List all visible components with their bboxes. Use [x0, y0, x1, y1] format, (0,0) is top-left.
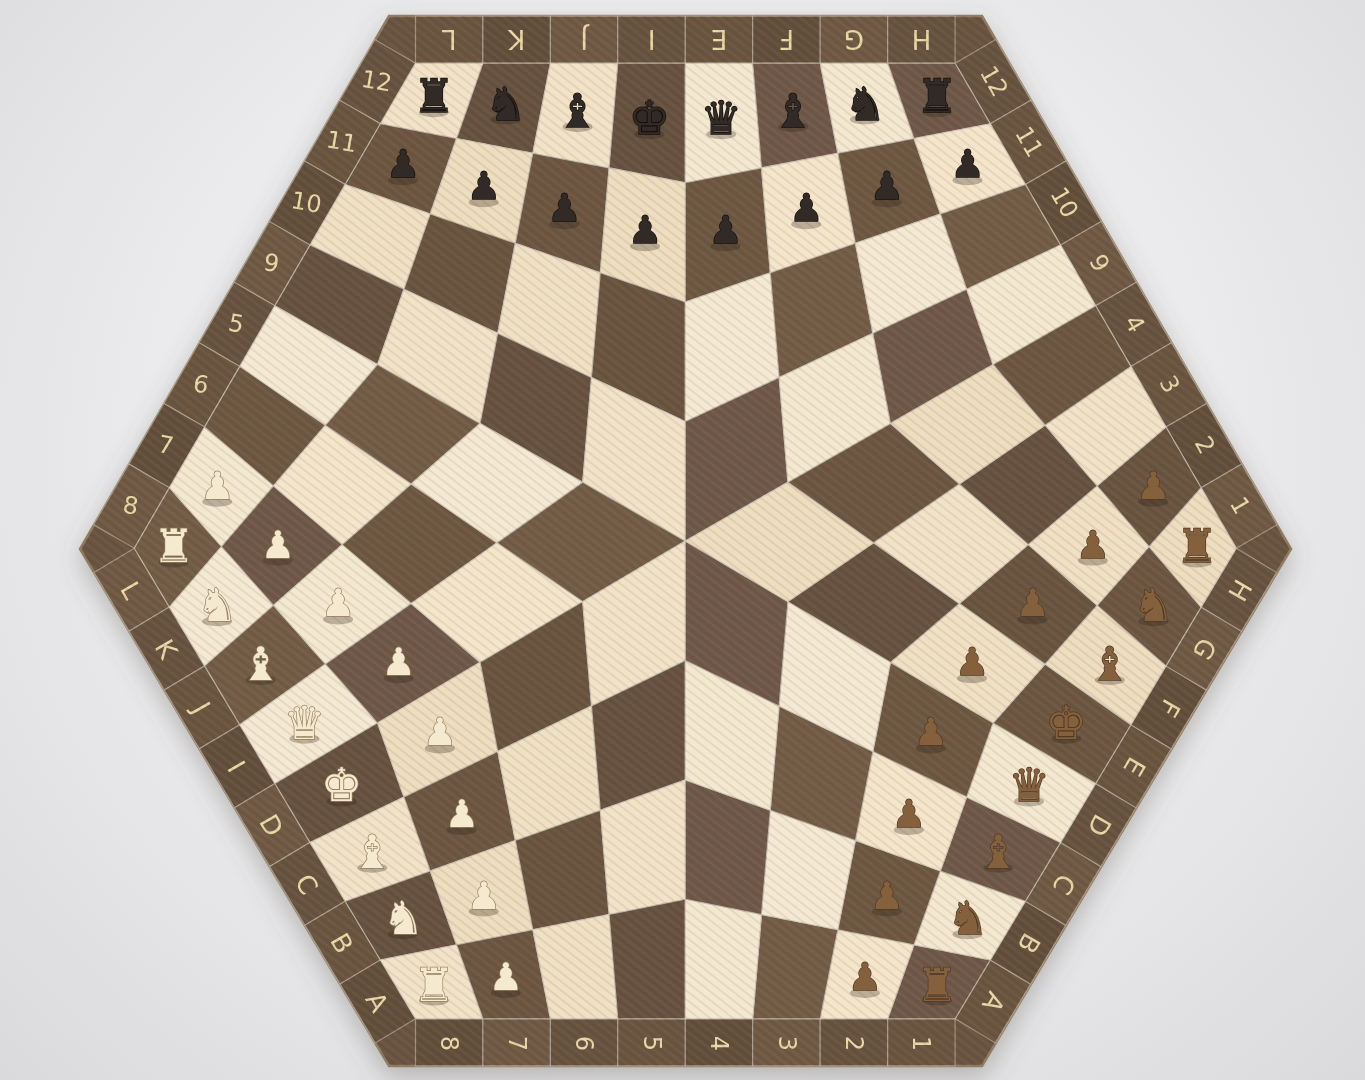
- piece-black-queen-E12[interactable]: ♛: [701, 91, 742, 145]
- piece-black-pawn-J11[interactable]: ♟: [547, 186, 581, 230]
- piece-white-knight-B8[interactable]: ♞: [382, 891, 423, 945]
- label-top-E: E: [711, 24, 727, 54]
- piece-white-knight-K8[interactable]: ♞: [197, 578, 238, 632]
- piece-brown-pawn-D2[interactable]: ♟: [914, 710, 948, 754]
- label-top-G: G: [844, 24, 864, 54]
- piece-brown-pawn-E2[interactable]: ♟: [955, 640, 989, 684]
- piece-brown-pawn-F2[interactable]: ♟: [1015, 581, 1049, 625]
- label-top-L: L: [441, 24, 456, 54]
- piece-black-pawn-I11[interactable]: ♟: [628, 208, 662, 252]
- piece-white-pawn-K7[interactable]: ♟: [261, 523, 295, 567]
- piece-white-pawn-J7[interactable]: ♟: [321, 581, 355, 625]
- piece-white-queen-I8[interactable]: ♛: [284, 696, 325, 750]
- piece-white-pawn-I7[interactable]: ♟: [382, 640, 416, 684]
- board-container: LKJIEFGH12111095678LKJIDCBA87654321ABCDE…: [0, 0, 1365, 1080]
- piece-white-pawn-B7[interactable]: ♟: [467, 874, 501, 918]
- piece-brown-pawn-H2[interactable]: ♟: [1136, 464, 1170, 508]
- piece-black-knight-G12[interactable]: ♞: [844, 77, 885, 131]
- piece-black-pawn-H11[interactable]: ♟: [950, 142, 984, 186]
- piece-white-pawn-A7[interactable]: ♟: [489, 955, 523, 999]
- label-top-F: F: [779, 24, 794, 54]
- piece-brown-pawn-B2[interactable]: ♟: [870, 874, 904, 918]
- label-top-I: I: [648, 24, 656, 54]
- label-bottom-5: 5: [638, 1036, 666, 1051]
- piece-black-king-I12[interactable]: ♚: [629, 91, 670, 145]
- piece-black-bishop-J12[interactable]: ♝: [557, 84, 598, 138]
- piece-black-pawn-K11[interactable]: ♟: [467, 164, 501, 208]
- piece-brown-bishop-F1[interactable]: ♝: [1089, 637, 1130, 691]
- label-bottom-3: 3: [773, 1036, 801, 1051]
- piece-brown-king-E1[interactable]: ♚: [1046, 696, 1087, 750]
- piece-black-knight-K12[interactable]: ♞: [485, 77, 526, 131]
- label-bottom-2: 2: [840, 1036, 868, 1051]
- label-bottom-1: 1: [907, 1036, 935, 1051]
- piece-white-rook-A8[interactable]: ♜: [413, 958, 454, 1012]
- piece-black-rook-H12[interactable]: ♜: [916, 69, 957, 123]
- label-upper_left-10: 10: [289, 186, 324, 219]
- piece-brown-pawn-A2[interactable]: ♟: [848, 955, 882, 999]
- piece-brown-bishop-C1[interactable]: ♝: [978, 825, 1019, 879]
- label-bottom-6: 6: [570, 1036, 598, 1051]
- piece-black-rook-L12[interactable]: ♜: [413, 69, 454, 123]
- piece-brown-knight-G1[interactable]: ♞: [1133, 578, 1174, 632]
- board-hexagon: LKJIEFGH12111095678LKJIDCBA87654321ABCDE…: [80, 16, 1291, 1066]
- piece-brown-queen-D1[interactable]: ♛: [1008, 758, 1049, 812]
- piece-brown-pawn-C2[interactable]: ♟: [892, 792, 926, 836]
- piece-black-bishop-F12[interactable]: ♝: [772, 84, 813, 138]
- cell-A4[interactable]: [685, 899, 761, 1019]
- piece-black-pawn-L11[interactable]: ♟: [386, 142, 420, 186]
- piece-black-pawn-G11[interactable]: ♟: [870, 164, 904, 208]
- piece-white-king-D8[interactable]: ♚: [321, 758, 362, 812]
- piece-black-pawn-E11[interactable]: ♟: [709, 208, 743, 252]
- three-player-chess-board: LKJIEFGH12111095678LKJIDCBA87654321ABCDE…: [0, 0, 1365, 1080]
- label-top-H: H: [912, 24, 932, 54]
- piece-brown-pawn-G2[interactable]: ♟: [1076, 523, 1110, 567]
- piece-white-bishop-J8[interactable]: ♝: [240, 637, 281, 691]
- piece-brown-rook-A1[interactable]: ♜: [916, 958, 957, 1012]
- piece-white-pawn-C7[interactable]: ♟: [445, 792, 479, 836]
- piece-brown-rook-H1[interactable]: ♜: [1176, 519, 1217, 573]
- label-top-J: J: [580, 24, 590, 54]
- label-bottom-7: 7: [503, 1036, 531, 1051]
- label-upper_left-11: 11: [324, 125, 359, 158]
- piece-white-pawn-D7[interactable]: ♟: [423, 710, 457, 754]
- piece-white-rook-L8[interactable]: ♜: [153, 519, 194, 573]
- piece-white-bishop-C8[interactable]: ♝: [352, 825, 393, 879]
- cell-A5[interactable]: [609, 899, 685, 1019]
- piece-black-pawn-F11[interactable]: ♟: [789, 186, 823, 230]
- label-bottom-4: 4: [705, 1036, 733, 1051]
- piece-brown-knight-B1[interactable]: ♞: [947, 891, 988, 945]
- label-top-K: K: [507, 24, 525, 54]
- label-upper_left-12: 12: [359, 65, 394, 98]
- piece-white-pawn-L7[interactable]: ♟: [200, 464, 234, 508]
- label-bottom-8: 8: [435, 1036, 463, 1051]
